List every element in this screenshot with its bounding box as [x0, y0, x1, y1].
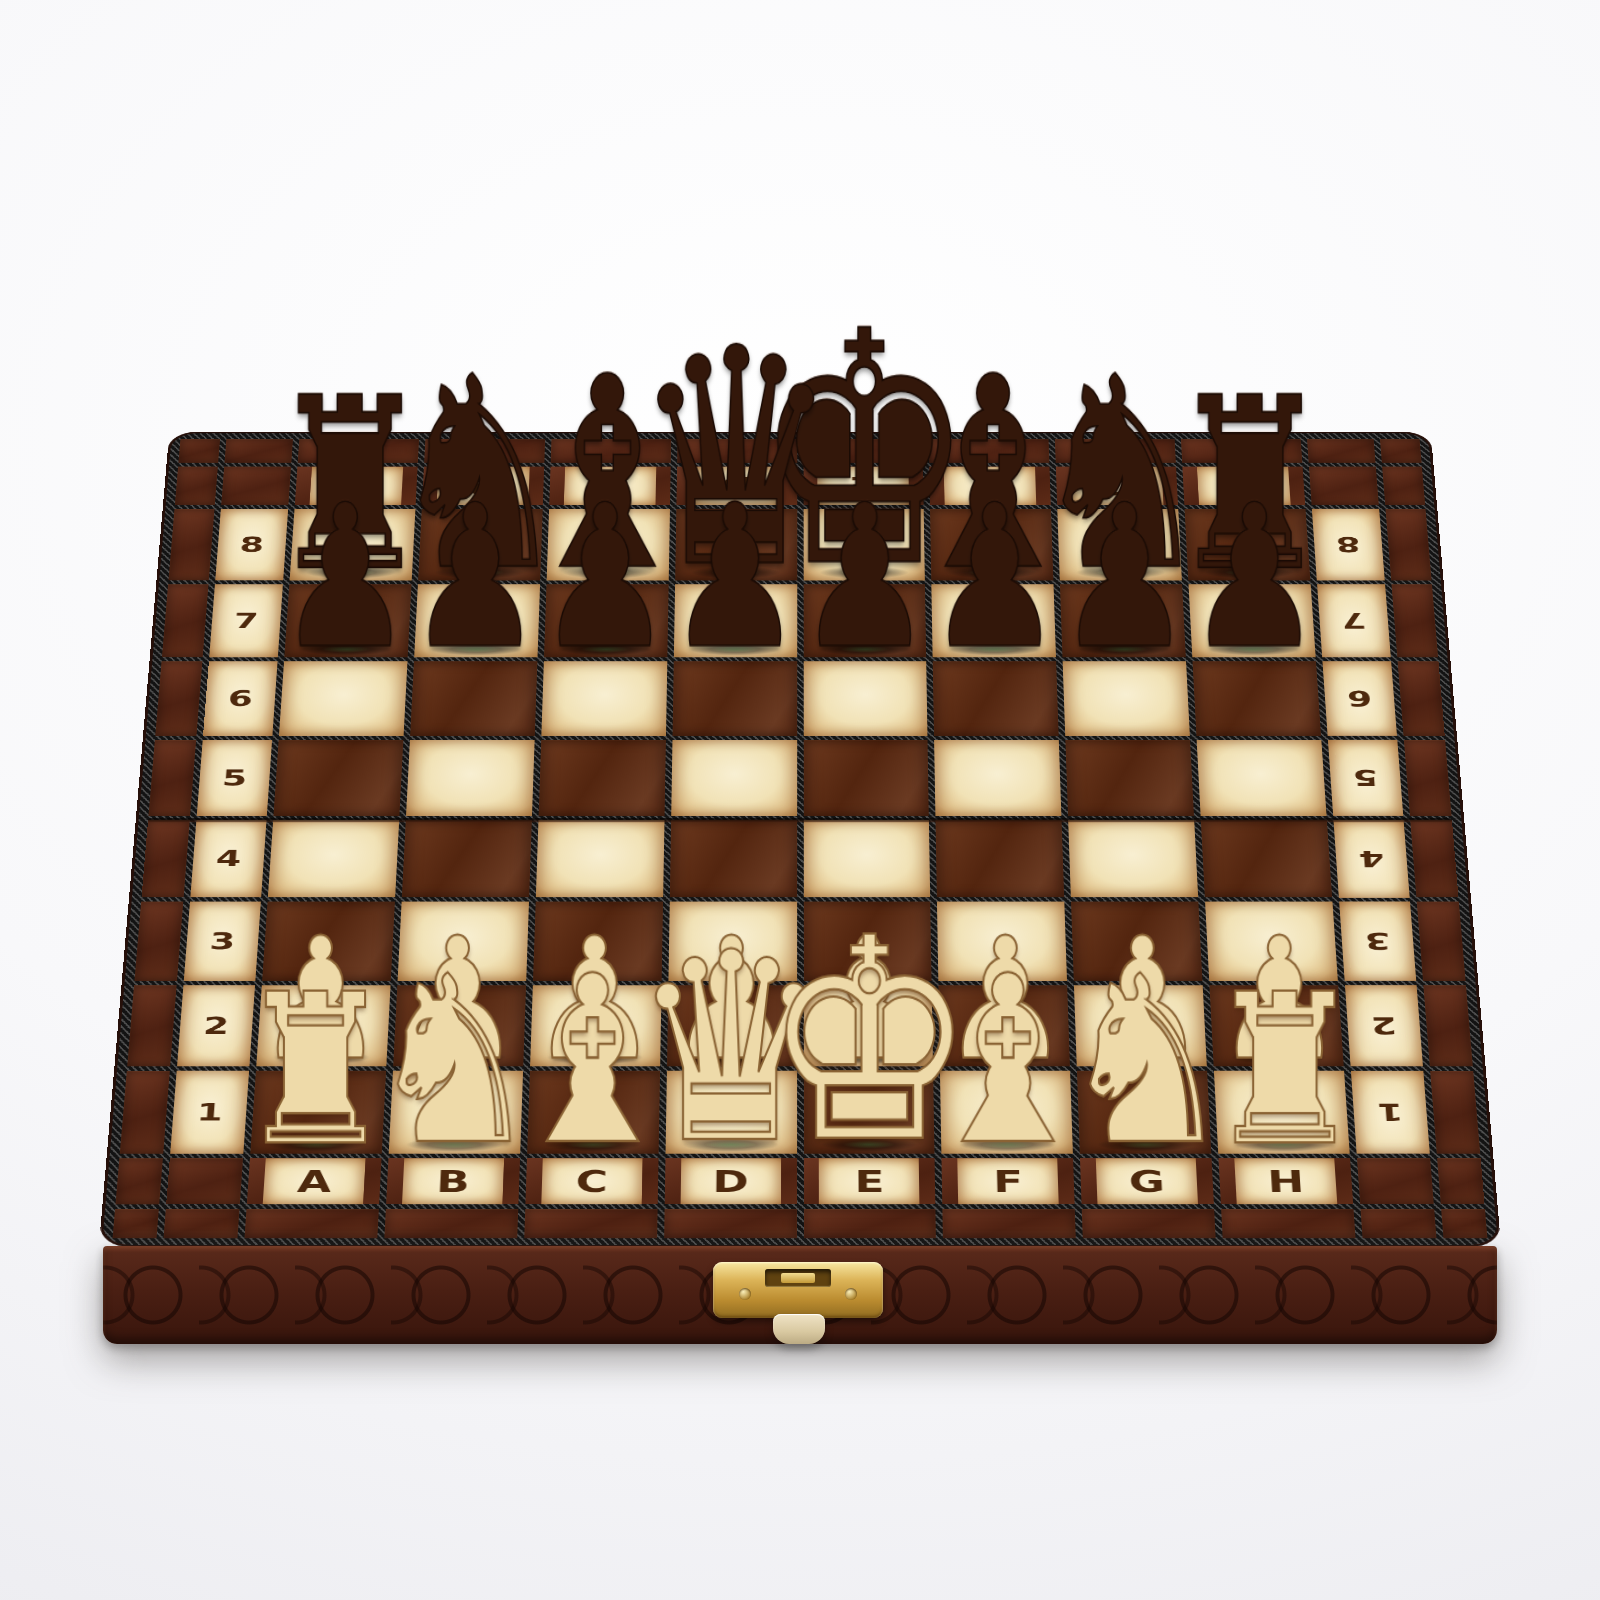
square-h4[interactable] — [1201, 820, 1332, 898]
file-label-e-bottom: E — [819, 1158, 920, 1204]
square-d5[interactable] — [671, 740, 797, 816]
frame-cell — [162, 584, 209, 657]
square-h5[interactable] — [1197, 740, 1327, 816]
frame-cell — [1386, 509, 1432, 580]
square-e5[interactable] — [803, 740, 929, 816]
frame-cell — [166, 1158, 243, 1204]
rank-label-6-right: 6 — [1322, 661, 1397, 735]
rank-label-5-left: 5 — [197, 740, 272, 816]
file-label-cell: B — [386, 1158, 520, 1204]
frame-cell — [244, 1209, 378, 1238]
latch-screw-left — [739, 1288, 751, 1300]
square-b4[interactable] — [402, 820, 532, 898]
file-label-cell: E — [803, 1158, 935, 1204]
square-b6[interactable] — [410, 661, 537, 735]
board-fold-seam — [148, 818, 1452, 822]
frame-cell — [115, 1158, 162, 1204]
square-f6[interactable] — [933, 661, 1059, 735]
frame-cell — [1382, 467, 1425, 505]
file-label-b-bottom: B — [402, 1158, 504, 1204]
frame-cell — [148, 740, 196, 816]
rank-label-4-right: 4 — [1333, 820, 1409, 898]
frame-cell — [1437, 1158, 1484, 1204]
file-label-g-bottom: G — [1096, 1158, 1198, 1204]
frame-cell — [803, 1209, 936, 1238]
piece-black-pawn[interactable]: ♟ — [1186, 497, 1322, 659]
square-d7[interactable]: ♟ — [674, 584, 797, 657]
frame-cell — [113, 1209, 159, 1238]
piece-black-pawn[interactable]: ♟ — [1056, 497, 1192, 659]
file-label-cell: H — [1219, 1158, 1354, 1204]
square-c5[interactable] — [538, 740, 665, 816]
frame-cell — [1082, 1209, 1216, 1238]
square-a5[interactable] — [273, 740, 403, 816]
frame-cell — [1410, 820, 1458, 898]
square-a7[interactable]: ♟ — [284, 584, 411, 657]
square-c4[interactable] — [536, 820, 665, 898]
square-a4[interactable] — [268, 820, 399, 898]
latch-screw-right — [845, 1288, 857, 1300]
frame-cell — [1221, 1209, 1355, 1238]
piece-black-pawn[interactable]: ♟ — [797, 497, 933, 659]
piece-white-bishop[interactable]: ♝ — [505, 967, 681, 1156]
piece-black-pawn[interactable]: ♟ — [278, 497, 414, 659]
file-label-cell: D — [664, 1158, 796, 1204]
rank-label-7-right: 7 — [1317, 584, 1391, 657]
frame-cell — [1380, 439, 1422, 463]
frame-cell — [1404, 740, 1452, 816]
rank-label-4-left: 4 — [190, 820, 266, 898]
square-f5[interactable] — [934, 740, 1061, 816]
file-label-cell: C — [525, 1158, 658, 1204]
frame-cell — [134, 902, 183, 981]
square-h7[interactable]: ♟ — [1189, 584, 1316, 657]
piece-black-pawn[interactable]: ♟ — [926, 497, 1062, 659]
rank-label-7-left: 7 — [209, 584, 283, 657]
piece-white-knight[interactable]: ♞ — [1058, 967, 1234, 1156]
square-g6[interactable] — [1063, 661, 1190, 735]
frame-cell — [1423, 985, 1472, 1066]
frame-cell — [1441, 1209, 1487, 1238]
frame-cell — [178, 439, 220, 463]
file-label-f-bottom: F — [958, 1158, 1059, 1204]
square-c6[interactable] — [541, 661, 667, 735]
square-b1[interactable]: ♞ — [389, 1071, 523, 1154]
brass-latch — [713, 1262, 883, 1318]
square-g1[interactable]: ♞ — [1077, 1071, 1211, 1154]
frame-cell — [943, 1209, 1076, 1238]
square-e7[interactable]: ♟ — [803, 584, 926, 657]
square-f7[interactable]: ♟ — [932, 584, 1057, 657]
frame-cell — [1417, 902, 1466, 981]
file-label-h-bottom: H — [1234, 1158, 1337, 1204]
square-e1[interactable]: ♚ — [803, 1071, 934, 1154]
piece-black-pawn[interactable]: ♟ — [537, 497, 673, 659]
rank-label-5-right: 5 — [1328, 740, 1403, 816]
square-b7[interactable]: ♟ — [414, 584, 540, 657]
frame-cell — [164, 1209, 240, 1238]
frame-cell — [168, 509, 214, 580]
square-g5[interactable] — [1066, 740, 1194, 816]
square-b5[interactable] — [406, 740, 534, 816]
square-f1[interactable]: ♝ — [940, 1071, 1073, 1154]
file-label-cell: F — [942, 1158, 1075, 1204]
frame-cell — [1398, 661, 1445, 735]
piece-black-pawn[interactable]: ♟ — [407, 497, 543, 659]
file-label-cell: G — [1080, 1158, 1214, 1204]
piece-black-pawn[interactable]: ♟ — [667, 497, 803, 659]
chess-board: ABCDEFGH8♜♞♝♛♚♝♞♜87♟♟♟♟♟♟♟♟7665544332♟♟♟… — [102, 433, 1498, 1245]
square-g7[interactable]: ♟ — [1060, 584, 1186, 657]
latch-knob — [773, 1314, 825, 1344]
frame-cell — [1391, 584, 1438, 657]
frame-cell — [175, 467, 218, 505]
frame-cell — [142, 820, 190, 898]
photo-scene: ABCDEFGH8♜♞♝♛♚♝♞♜87♟♟♟♟♟♟♟♟7665544332♟♟♟… — [0, 0, 1600, 1600]
frame-cell — [155, 661, 202, 735]
file-label-a-bottom: A — [263, 1158, 366, 1204]
square-e6[interactable] — [803, 661, 928, 735]
frame-cell — [1357, 1158, 1434, 1204]
file-label-c-bottom: C — [541, 1158, 642, 1204]
square-d6[interactable] — [672, 661, 797, 735]
frame-cell — [524, 1209, 657, 1238]
frame-cell — [384, 1209, 518, 1238]
rank-label-6-left: 6 — [203, 661, 278, 735]
file-label-d-bottom: D — [680, 1158, 781, 1204]
frame-cell — [1430, 1071, 1480, 1154]
frame-cell — [127, 985, 176, 1066]
square-h6[interactable] — [1193, 661, 1321, 735]
square-g4[interactable] — [1068, 820, 1198, 898]
frame-cell — [1361, 1209, 1437, 1238]
square-c1[interactable]: ♝ — [527, 1071, 660, 1154]
latch-keeper-bar — [781, 1273, 815, 1283]
square-c7[interactable]: ♟ — [544, 584, 669, 657]
square-a6[interactable] — [279, 661, 407, 735]
file-label-cell: A — [247, 1158, 382, 1204]
square-h1[interactable]: ♜ — [1214, 1071, 1350, 1154]
frame-cell — [664, 1209, 797, 1238]
frame-cell — [120, 1071, 170, 1154]
